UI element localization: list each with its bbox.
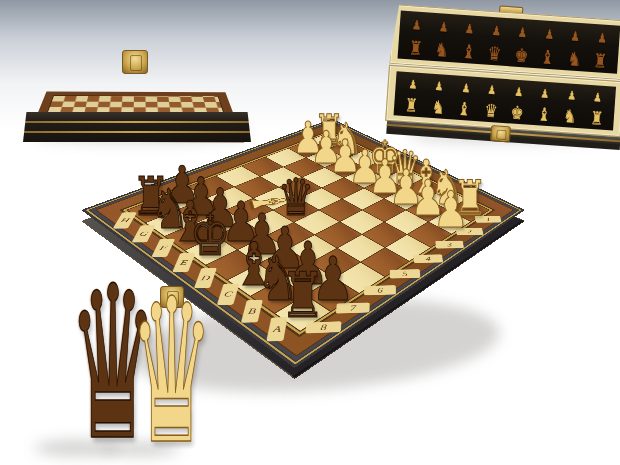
case-piece-n: ♞ [434, 40, 449, 60]
case-piece-r: ♜ [408, 38, 423, 58]
case-piece-n: ♞ [567, 49, 582, 69]
rank-label-2: 2 [456, 228, 484, 235]
case-piece-q: ♛ [484, 102, 498, 121]
case-piece-p: ♟ [488, 84, 497, 97]
rank-label-5: 5 [390, 269, 421, 278]
brass-clasp-icon [490, 125, 511, 142]
case-piece-k: ♚ [514, 46, 529, 66]
display-light-queen: ♛ [130, 272, 214, 465]
case-piece-p: ♟ [540, 88, 549, 101]
rank-label-3: 3 [435, 241, 464, 249]
case-piece-p: ♟ [435, 80, 444, 93]
case-piece-p: ♟ [438, 20, 448, 34]
case-piece-p: ♟ [593, 91, 602, 104]
closed-chess-box [18, 46, 254, 142]
rank-label-7: 7 [336, 303, 370, 314]
rank-label-8: 8 [305, 321, 341, 333]
case-piece-r: ♜ [589, 109, 603, 128]
case-piece-r: ♜ [593, 51, 608, 71]
case-piece-p: ♟ [571, 29, 581, 43]
gold-pinstripe [23, 121, 251, 123]
file-label-C: C [217, 283, 239, 305]
black-felt-lining: ♟♟♟♟♟♟♟♟ ♜♞♝♛♚♝♞♜ [394, 71, 617, 130]
brass-clasp-icon [122, 50, 148, 74]
file-label-H: H [113, 212, 137, 228]
case-piece-p: ♟ [544, 28, 554, 42]
file-label-A: A [266, 317, 287, 341]
case-piece-n: ♞ [563, 107, 577, 126]
file-label-B: B [241, 300, 263, 323]
case-piece-p: ♟ [408, 78, 417, 91]
case-piece-n: ♞ [431, 98, 445, 117]
case-piece-b: ♝ [537, 105, 551, 124]
product-photo-scene: ♟♟♟♟♟♟♟♟ ♜♞♝♛♚♝♞♜ ♟♟♟♟♟♟♟♟ ♜♞♝♛♚♝♞♜ ♝ HG… [0, 0, 620, 465]
case-piece-q: ♛ [487, 44, 502, 64]
case-piece-p: ♟ [412, 18, 422, 32]
case-piece-p: ♟ [491, 24, 501, 38]
case-piece-p: ♟ [461, 82, 470, 95]
case-piece-b: ♝ [457, 100, 471, 119]
case-piece-p: ♟ [518, 26, 528, 40]
case-piece-r: ♜ [404, 96, 418, 115]
case-piece-p: ♟ [514, 86, 523, 99]
closed-box-side [23, 112, 251, 142]
case-piece-p: ♟ [567, 89, 576, 102]
rank-label-1: 1 [475, 216, 502, 223]
open-chess-case: ♟♟♟♟♟♟♟♟ ♜♞♝♛♚♝♞♜ ♟♟♟♟♟♟♟♟ ♜♞♝♛♚♝♞♜ [384, 0, 620, 160]
rank-label-4: 4 [413, 254, 443, 263]
case-piece-k: ♚ [510, 103, 524, 122]
case-piece-b: ♝ [461, 42, 476, 62]
case-piece-b: ♝ [540, 47, 555, 67]
gold-pinstripe [23, 131, 251, 133]
case-piece-p: ♟ [597, 31, 607, 45]
black-felt-lining: ♟♟♟♟♟♟♟♟ ♜♞♝♛♚♝♞♜ [398, 11, 620, 74]
rank-label-6: 6 [364, 285, 396, 295]
case-piece-p: ♟ [465, 22, 475, 36]
